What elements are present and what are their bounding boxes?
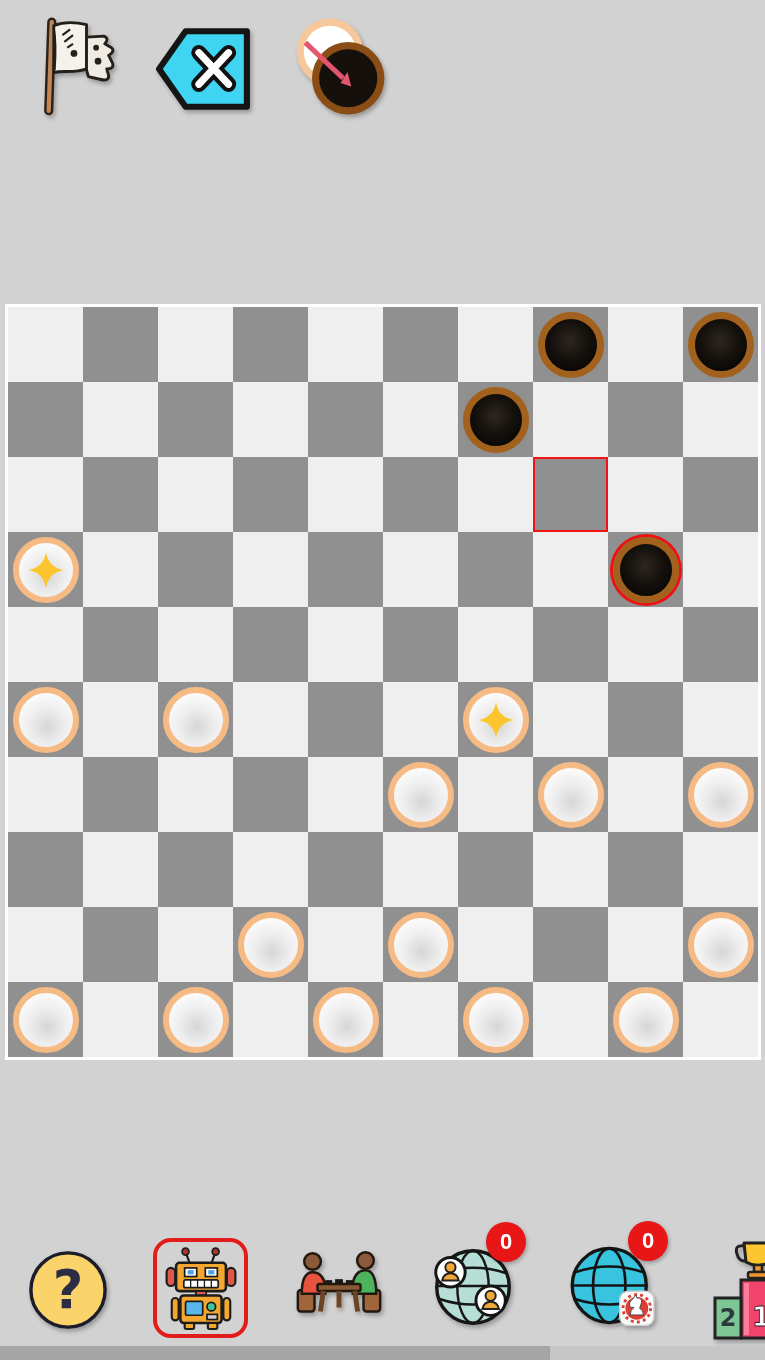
- square-r6c3[interactable]: [233, 757, 308, 832]
- black-man-piece[interactable]: [538, 312, 604, 378]
- square-r4c8: [608, 607, 683, 682]
- square-r6c5[interactable]: [383, 757, 458, 832]
- vs-computer-button[interactable]: [153, 1238, 248, 1338]
- square-r7c8[interactable]: [608, 832, 683, 907]
- square-r8c6: [458, 907, 533, 982]
- checkers-board-frame: [5, 304, 761, 1060]
- square-r4c1[interactable]: [83, 607, 158, 682]
- square-r7c7: [533, 832, 608, 907]
- square-r5c8[interactable]: [608, 682, 683, 757]
- square-r1c6[interactable]: [458, 382, 533, 457]
- podium-rank-2: 2: [720, 1304, 737, 1332]
- undo-x-icon: [155, 98, 253, 115]
- question-mark-icon: ?: [27, 1318, 109, 1335]
- white-man-piece[interactable]: [13, 987, 79, 1053]
- globe-people-icon: [422, 1320, 524, 1337]
- square-r2c4: [308, 457, 383, 532]
- square-r5c7: [533, 682, 608, 757]
- turn-indicator-icon: [287, 103, 389, 120]
- white-man-piece[interactable]: [538, 762, 604, 828]
- square-r7c9: [683, 832, 758, 907]
- white-flag-icon: [26, 104, 121, 121]
- square-r9c3: [233, 982, 308, 1057]
- white-man-piece[interactable]: [388, 762, 454, 828]
- square-r1c1: [83, 382, 158, 457]
- square-r9c1: [83, 982, 158, 1057]
- square-r4c6: [458, 607, 533, 682]
- square-r3c8[interactable]: [608, 532, 683, 607]
- square-r2c0: [8, 457, 83, 532]
- square-r8c9[interactable]: [683, 907, 758, 982]
- square-r0c0: [8, 307, 83, 382]
- square-r5c6[interactable]: [458, 682, 533, 757]
- square-r7c6[interactable]: [458, 832, 533, 907]
- podium-rank-1: 1: [752, 1302, 765, 1332]
- square-r5c4[interactable]: [308, 682, 383, 757]
- square-r5c9: [683, 682, 758, 757]
- square-r8c7[interactable]: [533, 907, 608, 982]
- king-star-icon: [25, 549, 67, 591]
- globe-knight-icon: [565, 1319, 663, 1336]
- square-r1c7: [533, 382, 608, 457]
- square-r6c0: [8, 757, 83, 832]
- square-r1c0[interactable]: [8, 382, 83, 457]
- local-two-player-button[interactable]: [290, 1246, 388, 1326]
- square-r4c7[interactable]: [533, 607, 608, 682]
- square-r9c7: [533, 982, 608, 1057]
- white-man-piece[interactable]: [13, 687, 79, 753]
- white-king-piece[interactable]: [13, 537, 79, 603]
- resign-button[interactable]: [26, 14, 121, 118]
- white-man-piece[interactable]: [313, 987, 379, 1053]
- square-r2c3[interactable]: [233, 457, 308, 532]
- square-r9c0[interactable]: [8, 982, 83, 1057]
- undo-button[interactable]: [155, 26, 253, 112]
- svg-text:?: ?: [53, 1259, 84, 1320]
- square-r5c5: [383, 682, 458, 757]
- square-r6c2: [158, 757, 233, 832]
- white-man-piece[interactable]: [688, 762, 754, 828]
- square-r4c5[interactable]: [383, 607, 458, 682]
- square-r9c2[interactable]: [158, 982, 233, 1057]
- black-man-piece[interactable]: [613, 537, 679, 603]
- square-r0c8: [608, 307, 683, 382]
- square-r2c8: [608, 457, 683, 532]
- square-r4c4: [308, 607, 383, 682]
- square-r5c0[interactable]: [8, 682, 83, 757]
- white-man-piece[interactable]: [388, 912, 454, 978]
- square-r8c5[interactable]: [383, 907, 458, 982]
- square-r7c0[interactable]: [8, 832, 83, 907]
- square-r9c5: [383, 982, 458, 1057]
- square-r7c4[interactable]: [308, 832, 383, 907]
- white-man-piece[interactable]: [613, 987, 679, 1053]
- square-r6c9[interactable]: [683, 757, 758, 832]
- square-r3c4[interactable]: [308, 532, 383, 607]
- square-r8c0: [8, 907, 83, 982]
- square-r6c4: [308, 757, 383, 832]
- white-man-piece[interactable]: [163, 987, 229, 1053]
- square-r8c4: [308, 907, 383, 982]
- bottom-strip-dark: [0, 1346, 550, 1360]
- square-r8c2: [158, 907, 233, 982]
- checkers-board: [8, 307, 758, 1057]
- trophy-podium-icon: 2 1: [712, 1327, 765, 1344]
- turn-indicator: [287, 15, 389, 117]
- square-r2c2: [158, 457, 233, 532]
- square-r9c4[interactable]: [308, 982, 383, 1057]
- square-r5c1: [83, 682, 158, 757]
- two-players-table-icon: [290, 1312, 388, 1329]
- square-r9c9: [683, 982, 758, 1057]
- square-r1c3: [233, 382, 308, 457]
- square-r4c0: [8, 607, 83, 682]
- white-man-piece[interactable]: [463, 987, 529, 1053]
- square-r3c9: [683, 532, 758, 607]
- square-r2c7[interactable]: [533, 457, 608, 532]
- square-r7c3: [233, 832, 308, 907]
- square-r4c9[interactable]: [683, 607, 758, 682]
- square-r0c4: [308, 307, 383, 382]
- white-man-piece[interactable]: [688, 912, 754, 978]
- square-r0c7[interactable]: [533, 307, 608, 382]
- square-r1c5: [383, 382, 458, 457]
- square-r0c5[interactable]: [383, 307, 458, 382]
- square-r3c5: [383, 532, 458, 607]
- online-friends-badge: 0: [486, 1222, 526, 1262]
- square-r3c1: [83, 532, 158, 607]
- square-r1c9: [683, 382, 758, 457]
- square-r8c1[interactable]: [83, 907, 158, 982]
- square-r4c3[interactable]: [233, 607, 308, 682]
- square-r9c6[interactable]: [458, 982, 533, 1057]
- square-r0c6: [458, 307, 533, 382]
- white-man-piece[interactable]: [163, 687, 229, 753]
- square-r2c9[interactable]: [683, 457, 758, 532]
- square-r8c8: [608, 907, 683, 982]
- square-r0c2: [158, 307, 233, 382]
- square-r0c9[interactable]: [683, 307, 758, 382]
- square-r4c2: [158, 607, 233, 682]
- square-r3c3: [233, 532, 308, 607]
- square-r2c5[interactable]: [383, 457, 458, 532]
- square-r7c1: [83, 832, 158, 907]
- square-r6c8: [608, 757, 683, 832]
- square-r3c6[interactable]: [458, 532, 533, 607]
- online-matches-badge: 0: [628, 1221, 668, 1261]
- square-r1c4[interactable]: [308, 382, 383, 457]
- square-r7c5: [383, 832, 458, 907]
- square-r2c1[interactable]: [83, 457, 158, 532]
- square-r3c7: [533, 532, 608, 607]
- leaderboard-button[interactable]: 2 1: [712, 1236, 765, 1338]
- help-button[interactable]: ?: [27, 1248, 109, 1332]
- king-star-icon: [475, 699, 517, 741]
- square-r3c2[interactable]: [158, 532, 233, 607]
- square-r8c3[interactable]: [233, 907, 308, 982]
- square-r0c1[interactable]: [83, 307, 158, 382]
- robot-icon: [158, 1240, 244, 1336]
- square-r7c2[interactable]: [158, 832, 233, 907]
- square-r6c1[interactable]: [83, 757, 158, 832]
- square-r3c0[interactable]: [8, 532, 83, 607]
- square-r1c8[interactable]: [608, 382, 683, 457]
- square-r6c7[interactable]: [533, 757, 608, 832]
- square-r1c2[interactable]: [158, 382, 233, 457]
- black-man-piece[interactable]: [688, 312, 754, 378]
- white-man-piece[interactable]: [238, 912, 304, 978]
- square-r2c6: [458, 457, 533, 532]
- white-king-piece[interactable]: [463, 687, 529, 753]
- square-r0c3[interactable]: [233, 307, 308, 382]
- square-r5c3: [233, 682, 308, 757]
- black-man-piece[interactable]: [463, 387, 529, 453]
- square-r5c2[interactable]: [158, 682, 233, 757]
- square-r9c8[interactable]: [608, 982, 683, 1057]
- square-r6c6: [458, 757, 533, 832]
